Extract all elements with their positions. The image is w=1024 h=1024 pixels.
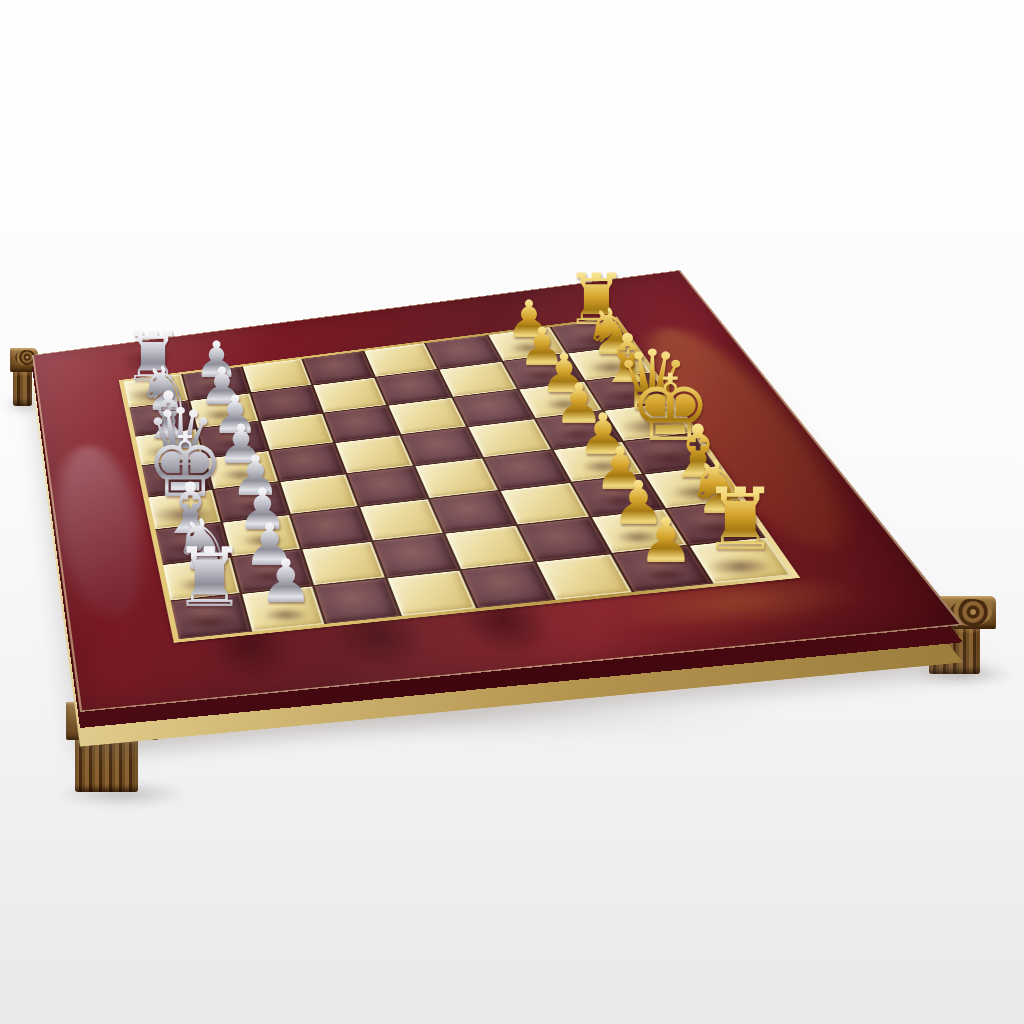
square-h6 bbox=[314, 579, 399, 624]
square-g5 bbox=[373, 534, 458, 577]
square-h7 bbox=[242, 586, 324, 631]
square-g7 bbox=[232, 550, 311, 593]
product-photo-scene: { "game": "chess", "scene": { "descripti… bbox=[0, 0, 1024, 1024]
square-g6 bbox=[302, 542, 384, 585]
foot-flutes bbox=[13, 372, 32, 406]
square-g8 bbox=[163, 558, 240, 601]
brass-inner-frame bbox=[119, 316, 800, 642]
square-h5 bbox=[388, 571, 476, 616]
square-h8 bbox=[171, 594, 250, 639]
checkerboard-grid bbox=[124, 319, 792, 639]
foot-flutes bbox=[75, 740, 138, 792]
square-g4 bbox=[445, 526, 533, 569]
